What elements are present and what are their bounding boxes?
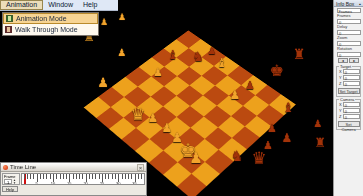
ruler-tick [128,174,129,179]
time-line-app-icon [3,165,8,170]
menu-animation[interactable]: Animation [0,0,43,10]
gold-pawn: ♟ [97,76,109,89]
viewport-3d[interactable]: ♟♟♟♛♟♟♟♚♟♟♝♝♞♟♚♜♟♟♟♜♝♟♟♞♛♟♟♜ Animation W… [0,0,363,196]
dark-pawn: ♟ [314,119,323,129]
info-box-panel: Info Box ▪ Frames Frames 0 Delay 0 Zoom … [333,0,363,196]
ruler-tick [76,174,77,179]
target-z-input[interactable]: 0 [343,81,360,86]
camera-group-title: Camera [339,97,355,102]
animation-mode-icon [6,15,13,22]
ruler-tick [27,174,28,179]
ruler-tick-label: 15 [67,181,71,185]
ruler-tick [30,174,31,179]
ruler-tick [144,174,145,179]
ruler-tick [50,174,51,179]
dark-rook: ♜ [293,47,306,61]
dark-pawn: ♟ [282,132,293,144]
ruler-tick [73,174,74,179]
animation-menu-dropdown: Animation Mode Walk Through Mode [2,12,99,36]
ruler-tick [141,174,142,179]
menu-item-walk-through-mode[interactable]: Walk Through Mode [3,24,98,35]
dark-pawn: ♟ [263,140,273,151]
time-line-title-bar[interactable]: Time Line × [1,163,146,172]
ruler-tick [95,174,96,179]
ruler-tick [79,174,80,179]
ruler-tick [43,174,44,179]
frame-spinner-value[interactable]: 1 [4,179,12,184]
time-line-title: Time Line [10,164,137,170]
ruler-tick [99,174,100,179]
walk-through-mode-icon [5,26,12,33]
ruler-tick [40,174,41,179]
field-label: Rotation [337,47,363,51]
target-x-input[interactable]: 0 [343,69,360,74]
gold-pawn: ♟ [100,18,108,27]
ruler-tick [131,174,132,179]
target-group-title: Target [339,64,352,69]
camera-z-input[interactable]: 0 [343,114,360,119]
camera-group: Camera X0 Y0 Z0 Set Camera [336,99,361,130]
ruler-tick [46,174,47,179]
help-button[interactable]: Help [2,186,18,192]
ruler-tick [108,174,109,179]
ruler-tick [60,174,61,179]
menu-window[interactable]: Window [43,0,78,10]
panel-pin-icon[interactable]: ▪ [359,1,361,6]
ruler-tick [24,174,25,179]
timeline-ruler[interactable]: 5101520253035 [21,173,145,185]
ruler-tick-label: 35 [132,181,136,185]
ruler-tick-label: 5 [36,181,38,185]
field-label: Delay [337,25,363,29]
gold-pawn: ♟ [118,48,127,58]
dark-queen: ♛ [251,150,266,167]
target-y-input[interactable]: 0 [343,75,360,80]
ruler-tick [82,174,83,179]
time-line-window: Time Line × Frame 1 ▲▼ Help 4 5101520253… [0,162,147,196]
ruler-tick [115,174,116,179]
info-box-title-bar: Info Box ▪ [334,0,363,7]
menu-item-animation-mode[interactable]: Animation Mode [3,13,98,24]
set-target-button[interactable]: Set Target [338,88,360,94]
camera-y-input[interactable]: 0 [343,108,360,113]
ruler-tick-label: 10 [51,181,55,185]
ruler-tick [56,174,57,179]
ruler-tick-label: 30 [116,181,120,185]
ruler-tick [89,174,90,179]
ruler-tick-label: 25 [100,181,104,185]
menu-item-label: Animation Mode [16,15,67,22]
frame-spinner-arrows[interactable]: ▲▼ [13,179,16,184]
rotate-left-button[interactable]: ◂ [338,58,348,63]
field-label: Zoom [337,36,363,40]
dark-rook: ♜ [314,136,326,149]
ruler-tick [112,174,113,179]
ruler-tick [125,174,126,179]
target-group: Target X0 Y0 Z0 Set Target [336,66,361,97]
menu-help[interactable]: Help [78,0,102,10]
spinner-down-icon[interactable]: ▼ [13,182,16,185]
set-camera-button[interactable]: Set Camera [338,121,360,127]
frame-control: Frame 1 ▲▼ [2,173,20,185]
rotate-right-button[interactable]: ▸ [349,58,359,63]
camera-x-input[interactable]: 0 [343,102,360,107]
dark-king: ♚ [270,63,284,79]
ruler-tick [92,174,93,179]
ruler-tick [138,174,139,179]
field-label: Frames [337,14,363,18]
ruler-tick [33,174,34,179]
ruler-tick [66,174,67,179]
menu-bar: Animation Window Help [0,0,118,11]
menu-item-label: Walk Through Mode [15,26,78,33]
ruler-tick [122,174,123,179]
ruler-tick [63,174,64,179]
gold-pawn: ♟ [118,13,126,22]
info-box-title: Info Box [336,1,354,6]
ruler-tick [105,174,106,179]
close-icon[interactable]: × [137,164,144,171]
ruler-tick-label: 20 [83,181,87,185]
